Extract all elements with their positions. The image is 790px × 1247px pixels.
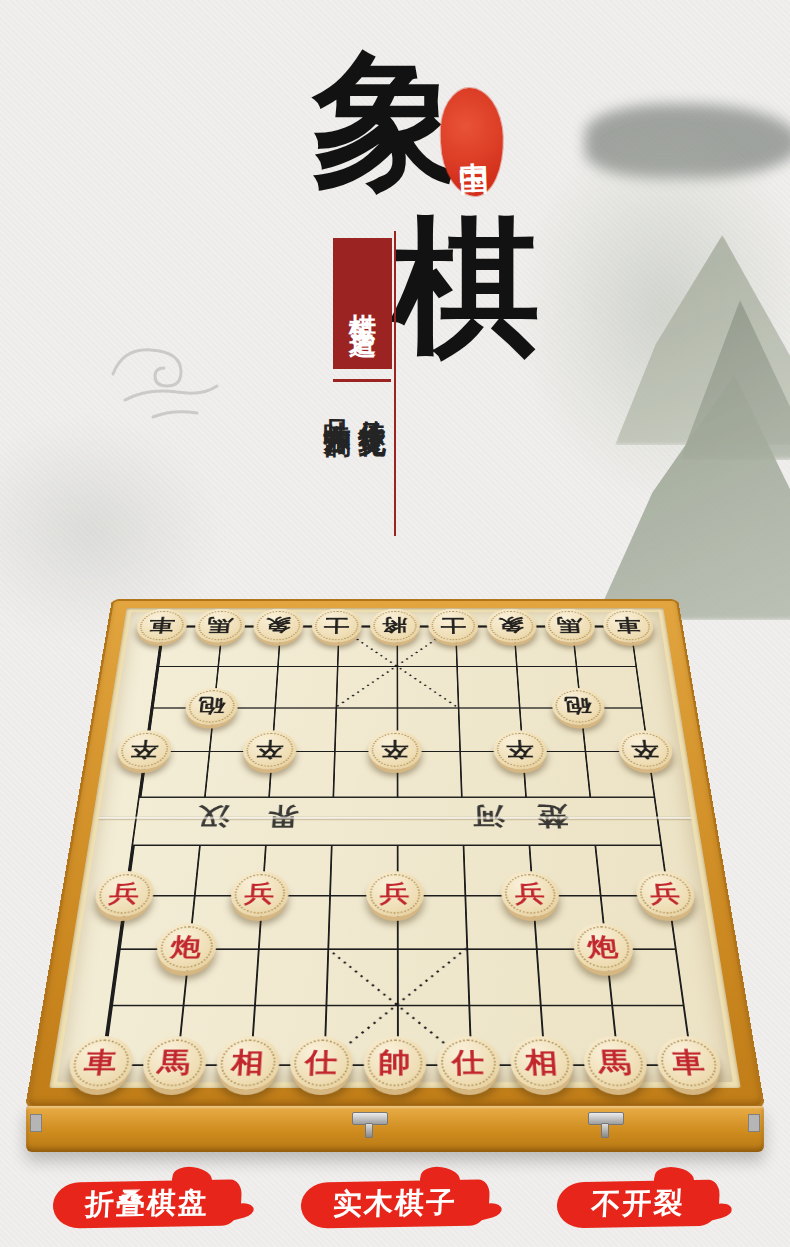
xiangqi-piece-black[interactable]: 卒 (611, 727, 680, 771)
piece-face: 兵 (500, 871, 561, 916)
badge-no-cracking: 不开裂 (556, 1180, 721, 1229)
piece-face: 兵 (365, 871, 423, 916)
page-background: 象 棋 中国 棋艺之道 传承传统文化 品味东方古韵 (0, 0, 790, 1247)
piece-ring (158, 926, 214, 968)
piece-glyph: 卒 (255, 739, 284, 759)
board-surface: 汉 界 河 楚 車馬象士將士象馬車砲砲卒卒卒卒卒兵兵兵兵兵炮炮車馬相仕帥仕相馬車 (57, 612, 733, 1082)
piece-ring (218, 1039, 276, 1086)
piece-glyph: 士 (323, 617, 349, 634)
banner-underline (333, 379, 391, 382)
piece-layer: 車馬象士將士象馬車砲砲卒卒卒卒卒兵兵兵兵兵炮炮車馬相仕帥仕相馬車 (59, 606, 729, 1093)
badge-label: 实木棋子 (332, 1183, 458, 1225)
piece-face: 卒 (368, 730, 422, 769)
xiangqi-piece-black[interactable]: 砲 (178, 685, 243, 727)
xiangqi-piece-red[interactable]: 馬 (134, 1032, 214, 1093)
xiangqi-piece-red[interactable]: 炮 (566, 920, 641, 975)
piece-ring (144, 1039, 204, 1086)
xiangqi-piece-red[interactable]: 仕 (283, 1032, 359, 1093)
piece-glyph: 象 (265, 617, 292, 634)
piece-glyph: 馬 (556, 617, 583, 634)
piece-face: 仕 (436, 1036, 501, 1090)
piece-glyph: 車 (147, 617, 175, 634)
xiangqi-piece-red[interactable]: 仕 (431, 1032, 507, 1093)
piece-ring (503, 874, 556, 914)
xiangqi-piece-black[interactable]: 砲 (545, 685, 610, 727)
piece-ring (440, 1039, 496, 1086)
xiangqi-piece-red[interactable]: 兵 (360, 868, 428, 920)
piece-face: 士 (428, 608, 479, 642)
piece-face: 仕 (288, 1036, 353, 1090)
piece-ring (585, 1039, 645, 1086)
piece-glyph: 將 (382, 617, 408, 634)
xiangqi-piece-red[interactable]: 兵 (495, 868, 566, 920)
piece-face: 將 (369, 608, 419, 642)
xiangqi-piece-red[interactable]: 兵 (223, 868, 294, 920)
slogan-banner: 棋艺之道 (333, 238, 392, 369)
piece-glyph: 馬 (206, 617, 233, 634)
piece-face: 兵 (633, 871, 697, 916)
case-latch-right (588, 1112, 624, 1125)
xiangqi-piece-red[interactable]: 車 (59, 1032, 141, 1093)
piece-ring (293, 1039, 349, 1086)
piece-face: 象 (252, 608, 304, 642)
piece-glyph: 車 (614, 617, 642, 634)
piece-face: 馬 (581, 1036, 649, 1090)
xiangqi-piece-red[interactable]: 帥 (357, 1032, 431, 1093)
piece-ring (233, 874, 286, 914)
xiangqi-board: 汉 界 河 楚 車馬象士將士象馬車砲砲卒卒卒卒卒兵兵兵兵兵炮炮車馬相仕帥仕相馬車 (25, 599, 765, 1108)
piece-ring (658, 1039, 719, 1086)
piece-ring (513, 1039, 571, 1086)
piece-face: 象 (485, 608, 537, 642)
cloud-motif-icon (95, 322, 235, 437)
xiangqi-piece-black[interactable]: 象 (247, 606, 308, 645)
piece-face: 帥 (363, 1036, 426, 1090)
badge-label: 不开裂 (590, 1183, 685, 1225)
piece-glyph: 卒 (129, 739, 159, 759)
piece-ring (367, 1039, 422, 1086)
vertical-divider-line (394, 231, 396, 536)
badge-solid-wood-pieces: 实木棋子 (300, 1179, 491, 1228)
piece-face: 砲 (550, 688, 606, 725)
xiangqi-piece-black[interactable]: 將 (365, 606, 424, 645)
case-front-rail (26, 1106, 764, 1152)
piece-face: 馬 (140, 1036, 208, 1090)
corner-bracket-left (30, 1114, 42, 1132)
piece-ring (637, 874, 693, 914)
piece-face: 士 (311, 608, 362, 642)
piece-face: 相 (509, 1036, 575, 1090)
piece-face: 兵 (92, 871, 156, 916)
xiangqi-piece-red[interactable]: 兵 (86, 868, 161, 920)
piece-ring (96, 874, 152, 914)
piece-face: 車 (65, 1036, 135, 1090)
piece-face: 卒 (115, 730, 174, 769)
banner-text: 棋艺之道 (345, 292, 381, 316)
piece-face: 卒 (241, 730, 297, 769)
piece-face: 車 (601, 608, 655, 642)
xiangqi-piece-black[interactable]: 馬 (188, 606, 250, 645)
xiangqi-piece-black[interactable]: 士 (306, 606, 366, 645)
xiangqi-piece-red[interactable]: 兵 (628, 868, 703, 920)
piece-face: 車 (134, 608, 188, 642)
piece-ring (70, 1039, 131, 1086)
xiangqi-piece-black[interactable]: 卒 (363, 727, 426, 771)
case-latch-left (352, 1112, 388, 1125)
piece-ring (575, 926, 631, 968)
xiangqi-piece-red[interactable]: 車 (648, 1032, 730, 1093)
xiangqi-piece-black[interactable]: 馬 (539, 606, 601, 645)
xiangqi-piece-black[interactable]: 卒 (109, 727, 178, 771)
badge-label: 折叠棋盘 (84, 1183, 210, 1225)
xiangqi-piece-black[interactable]: 卒 (487, 727, 553, 771)
xiangqi-piece-black[interactable]: 士 (423, 606, 483, 645)
piece-glyph: 象 (498, 617, 525, 634)
title-char-xiang: 象 (312, 46, 460, 194)
piece-face: 卒 (616, 730, 675, 769)
board-scene: 汉 界 河 楚 車馬象士將士象馬車砲砲卒卒卒卒卒兵兵兵兵兵炮炮車馬相仕帥仕相馬車 (25, 508, 765, 1108)
seal-text: 中国 (451, 137, 492, 146)
corner-bracket-right (748, 1114, 760, 1132)
title-char-qi: 棋 (392, 212, 540, 360)
piece-glyph: 士 (440, 617, 466, 634)
piece-glyph: 卒 (381, 739, 409, 759)
badge-folding-board: 折叠棋盘 (52, 1179, 243, 1228)
piece-face: 馬 (193, 608, 246, 642)
xiangqi-piece-red[interactable]: 炮 (148, 920, 223, 975)
xiangqi-piece-red[interactable]: 相 (208, 1032, 286, 1093)
xiangqi-piece-red[interactable]: 馬 (575, 1032, 655, 1093)
piece-glyph: 卒 (505, 739, 534, 759)
xiangqi-piece-black[interactable]: 卒 (236, 727, 302, 771)
piece-glyph: 砲 (197, 696, 226, 715)
xiangqi-piece-red[interactable]: 相 (503, 1032, 581, 1093)
xiangqi-piece-black[interactable]: 象 (481, 606, 542, 645)
piece-face: 兵 (229, 871, 290, 916)
xiangqi-piece-black[interactable]: 車 (596, 606, 660, 645)
piece-face: 砲 (183, 688, 239, 725)
piece-face: 馬 (543, 608, 596, 642)
xiangqi-piece-black[interactable]: 車 (129, 606, 193, 645)
piece-ring (369, 874, 420, 914)
piece-face: 車 (654, 1036, 724, 1090)
piece-face: 卒 (492, 730, 548, 769)
piece-glyph: 砲 (563, 696, 592, 715)
piece-face: 炮 (571, 923, 635, 971)
piece-glyph: 卒 (630, 739, 660, 759)
piece-face: 炮 (154, 923, 218, 971)
piece-face: 相 (214, 1036, 280, 1090)
